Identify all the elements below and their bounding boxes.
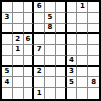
sudoku-cell-r8c6[interactable] — [56, 77, 67, 88]
sudoku-cell-r2c2[interactable] — [13, 13, 24, 24]
sudoku-cell-r8c9[interactable]: 8 — [88, 77, 99, 88]
sudoku-cell-r4c8[interactable] — [77, 34, 88, 45]
sudoku-cell-r4c6[interactable] — [56, 34, 67, 45]
sudoku-cell-r5c3[interactable] — [24, 45, 35, 56]
sudoku-cell-r1c4[interactable]: 6 — [34, 2, 45, 13]
sudoku-cell-r6c8[interactable] — [77, 56, 88, 67]
sudoku-cell-r9c8[interactable] — [77, 88, 88, 99]
sudoku-cell-r6c2[interactable] — [13, 56, 24, 67]
sudoku-cell-r3c3[interactable] — [24, 24, 35, 35]
sudoku-cell-r9c2[interactable] — [13, 88, 24, 99]
sudoku-cell-r3c2[interactable] — [13, 24, 24, 35]
sudoku-cell-r4c7[interactable] — [67, 34, 78, 45]
sudoku-cell-r5c9[interactable] — [88, 45, 99, 56]
sudoku-cell-r2c8[interactable] — [77, 13, 88, 24]
sudoku-cell-r5c4[interactable]: 7 — [34, 45, 45, 56]
sudoku-cell-r9c9[interactable] — [88, 88, 99, 99]
sudoku-cell-r3c5[interactable]: 8 — [45, 24, 56, 35]
sudoku-cell-r5c6[interactable] — [56, 45, 67, 56]
sudoku-cell-r8c5[interactable] — [45, 77, 56, 88]
sudoku-cell-r2c7[interactable] — [67, 13, 78, 24]
sudoku-cell-r3c7[interactable] — [67, 24, 78, 35]
sudoku-cell-r7c9[interactable] — [88, 67, 99, 78]
sudoku-cell-r7c1[interactable]: 5 — [2, 67, 13, 78]
sudoku-cell-r2c5[interactable]: 5 — [45, 13, 56, 24]
sudoku-cell-r7c8[interactable] — [77, 67, 88, 78]
sudoku-cell-r3c8[interactable] — [77, 24, 88, 35]
sudoku-cell-r7c3[interactable] — [24, 67, 35, 78]
sudoku-cell-r8c1[interactable]: 4 — [2, 77, 13, 88]
sudoku-cell-r8c3[interactable] — [24, 77, 35, 88]
sudoku-cell-r3c9[interactable] — [88, 24, 99, 35]
sudoku-cell-r1c1[interactable] — [2, 2, 13, 13]
sudoku-cell-r8c7[interactable]: 5 — [67, 77, 78, 88]
sudoku-cell-r6c4[interactable] — [34, 56, 45, 67]
sudoku-cell-r7c2[interactable] — [13, 67, 24, 78]
sudoku-cell-r7c6[interactable] — [56, 67, 67, 78]
sudoku-cell-r6c3[interactable] — [24, 56, 35, 67]
sudoku-cell-r3c6[interactable] — [56, 24, 67, 35]
sudoku-cell-r1c3[interactable] — [24, 2, 35, 13]
sudoku-cell-r9c1[interactable] — [2, 88, 13, 99]
sudoku-cell-r5c5[interactable] — [45, 45, 56, 56]
sudoku-cell-r1c5[interactable] — [45, 2, 56, 13]
sudoku-cell-r6c9[interactable] — [88, 56, 99, 67]
sudoku-cell-r6c5[interactable] — [45, 56, 56, 67]
sudoku-cell-r7c7[interactable]: 3 — [67, 67, 78, 78]
sudoku-cell-r1c8[interactable]: 1 — [77, 2, 88, 13]
sudoku-cell-r6c7[interactable]: 4 — [67, 56, 78, 67]
sudoku-cell-r8c8[interactable] — [77, 77, 88, 88]
sudoku-cell-r2c4[interactable] — [34, 13, 45, 24]
sudoku-cell-r9c7[interactable] — [67, 88, 78, 99]
sudoku-cell-r9c4[interactable]: 1 — [34, 88, 45, 99]
sudoku-cell-r5c8[interactable] — [77, 45, 88, 56]
sudoku-cell-r4c3[interactable]: 6 — [24, 34, 35, 45]
sudoku-cell-r6c1[interactable] — [2, 56, 13, 67]
sudoku-cell-r2c6[interactable] — [56, 13, 67, 24]
sudoku-cell-r6c6[interactable] — [56, 56, 67, 67]
sudoku-cell-r1c9[interactable] — [88, 2, 99, 13]
sudoku-board: 61358261745234581 — [0, 0, 101, 101]
sudoku-cell-r7c5[interactable] — [45, 67, 56, 78]
sudoku-cell-r3c1[interactable] — [2, 24, 13, 35]
sudoku-cell-r1c7[interactable] — [67, 2, 78, 13]
sudoku-cell-r4c1[interactable] — [2, 34, 13, 45]
sudoku-cell-r2c3[interactable] — [24, 13, 35, 24]
sudoku-cell-r5c1[interactable] — [2, 45, 13, 56]
sudoku-cell-r3c4[interactable] — [34, 24, 45, 35]
sudoku-cell-r2c1[interactable]: 3 — [2, 13, 13, 24]
sudoku-cell-r9c5[interactable] — [45, 88, 56, 99]
sudoku-cell-r8c2[interactable] — [13, 77, 24, 88]
sudoku-cell-r4c2[interactable]: 2 — [13, 34, 24, 45]
sudoku-cell-r5c7[interactable] — [67, 45, 78, 56]
sudoku-cell-r4c4[interactable] — [34, 34, 45, 45]
sudoku-cell-r4c9[interactable] — [88, 34, 99, 45]
sudoku-cell-r9c3[interactable] — [24, 88, 35, 99]
sudoku-cell-r9c6[interactable] — [56, 88, 67, 99]
sudoku-cell-r1c6[interactable] — [56, 2, 67, 13]
sudoku-cell-r7c4[interactable]: 2 — [34, 67, 45, 78]
sudoku-cell-r1c2[interactable] — [13, 2, 24, 13]
sudoku-cell-r8c4[interactable] — [34, 77, 45, 88]
sudoku-cell-r2c9[interactable] — [88, 13, 99, 24]
sudoku-cell-r4c5[interactable] — [45, 34, 56, 45]
sudoku-cell-r5c2[interactable]: 1 — [13, 45, 24, 56]
